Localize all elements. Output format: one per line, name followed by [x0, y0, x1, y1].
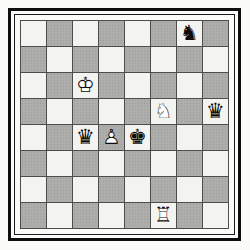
square-c3: [73, 151, 98, 176]
square-e4: ♚: [125, 125, 150, 150]
square-g4: [177, 125, 202, 150]
square-h5: ♛: [203, 99, 228, 124]
square-g7: [177, 47, 202, 72]
piece-white-knight: ♞♘: [151, 99, 176, 124]
square-b1: [47, 203, 72, 228]
square-c6: ♚♔: [73, 73, 98, 98]
square-a5: [21, 99, 46, 124]
square-a4: [21, 125, 46, 150]
square-h8: [203, 21, 228, 46]
square-f8: [151, 21, 176, 46]
square-h7: [203, 47, 228, 72]
square-g2: [177, 177, 202, 202]
square-c2: [73, 177, 98, 202]
square-f6: [151, 73, 176, 98]
square-d5: [99, 99, 124, 124]
square-b4: [47, 125, 72, 150]
square-g6: [177, 73, 202, 98]
square-e5: [125, 99, 150, 124]
square-c5: [73, 99, 98, 124]
square-f2: [151, 177, 176, 202]
square-a8: [21, 21, 46, 46]
piece-white-king: ♚♔: [73, 73, 98, 98]
piece-black-king: ♚: [125, 125, 150, 150]
square-e2: [125, 177, 150, 202]
square-a7: [21, 47, 46, 72]
square-a6: [21, 73, 46, 98]
square-f4: [151, 125, 176, 150]
square-h6: [203, 73, 228, 98]
piece-white-rook: ♜♖: [151, 203, 176, 228]
square-f3: [151, 151, 176, 176]
square-h2: [203, 177, 228, 202]
square-f7: [151, 47, 176, 72]
square-d4: ♟♙: [99, 125, 124, 150]
square-d1: [99, 203, 124, 228]
square-e3: [125, 151, 150, 176]
piece-black-queen: ♛: [203, 99, 228, 124]
chess-board: ♞♚♔♞♘♛♛♟♙♚♜♖: [20, 20, 229, 229]
square-b8: [47, 21, 72, 46]
piece-black-queen: ♛: [73, 125, 98, 150]
square-g3: [177, 151, 202, 176]
square-e8: [125, 21, 150, 46]
square-f5: ♞♘: [151, 99, 176, 124]
square-d2: [99, 177, 124, 202]
square-a3: [21, 151, 46, 176]
diagram-outer-frame: ♞♚♔♞♘♛♛♟♙♚♜♖: [8, 8, 241, 241]
square-a2: [21, 177, 46, 202]
square-d6: [99, 73, 124, 98]
square-h3: [203, 151, 228, 176]
square-b3: [47, 151, 72, 176]
square-e7: [125, 47, 150, 72]
square-c8: [73, 21, 98, 46]
square-g5: [177, 99, 202, 124]
square-b6: [47, 73, 72, 98]
piece-white-pawn: ♟♙: [99, 125, 124, 150]
square-g1: [177, 203, 202, 228]
square-h4: [203, 125, 228, 150]
diagram-inner-frame: ♞♚♔♞♘♛♛♟♙♚♜♖: [14, 14, 235, 235]
square-c7: [73, 47, 98, 72]
square-d8: [99, 21, 124, 46]
square-b5: [47, 99, 72, 124]
square-h1: [203, 203, 228, 228]
square-g8: ♞: [177, 21, 202, 46]
square-c4: ♛: [73, 125, 98, 150]
square-e1: [125, 203, 150, 228]
square-d7: [99, 47, 124, 72]
square-f1: ♜♖: [151, 203, 176, 228]
square-e6: [125, 73, 150, 98]
square-b2: [47, 177, 72, 202]
square-d3: [99, 151, 124, 176]
square-a1: [21, 203, 46, 228]
square-b7: [47, 47, 72, 72]
piece-black-knight: ♞: [177, 21, 202, 46]
square-c1: [73, 203, 98, 228]
